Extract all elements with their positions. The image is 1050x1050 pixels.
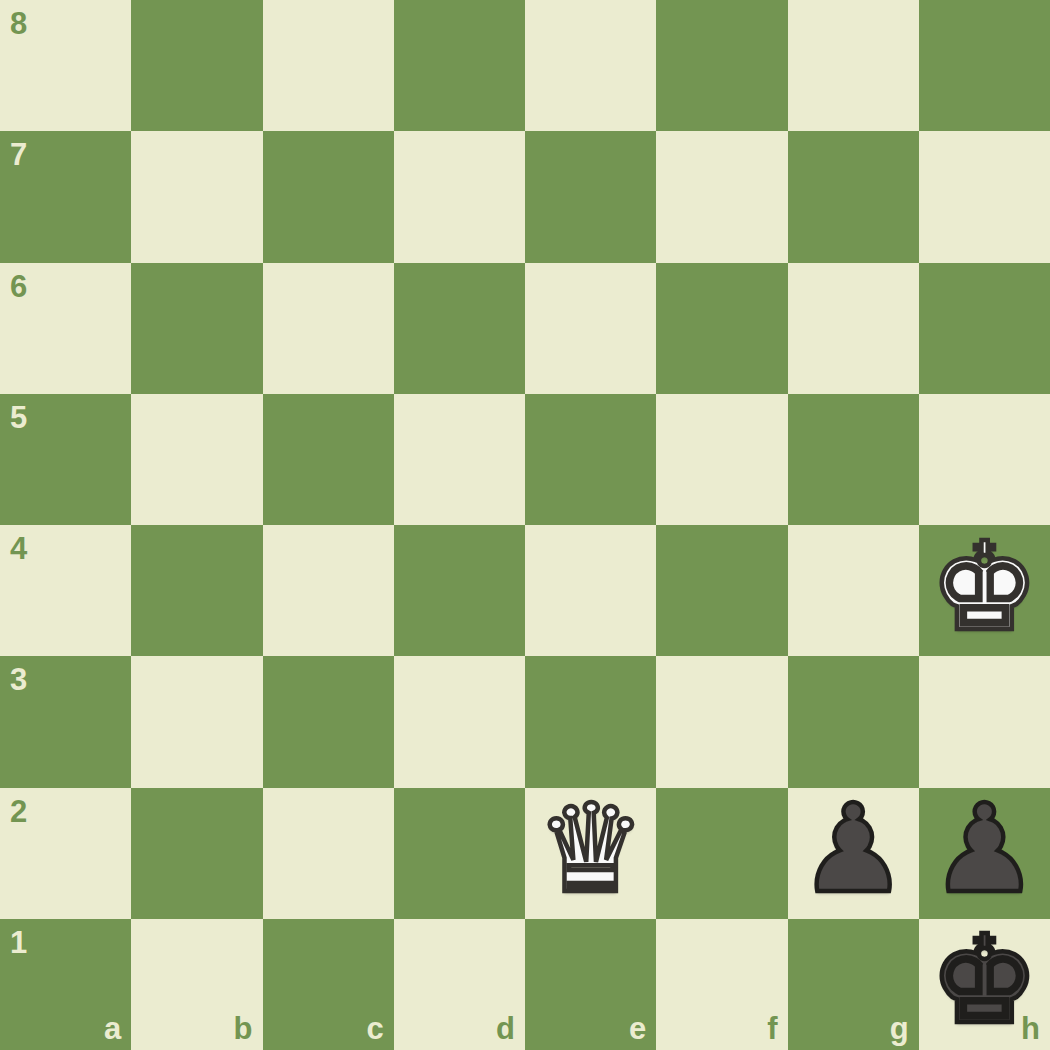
square-c4[interactable] (263, 525, 394, 656)
square-e8[interactable] (525, 0, 656, 131)
file-label-e: e (629, 1013, 646, 1044)
rank-label-5: 5 (10, 402, 27, 433)
square-c3[interactable] (263, 656, 394, 787)
square-d7[interactable] (394, 131, 525, 262)
piece-black-pawn[interactable]: ♟ (798, 788, 907, 910)
square-d1[interactable]: d (394, 919, 525, 1050)
square-b6[interactable] (131, 263, 262, 394)
file-label-b: b (234, 1013, 253, 1044)
rank-label-1: 1 (10, 927, 27, 958)
square-f3[interactable] (656, 656, 787, 787)
square-f5[interactable] (656, 394, 787, 525)
square-b7[interactable] (131, 131, 262, 262)
square-a1[interactable]: 1a (0, 919, 131, 1050)
square-a8[interactable]: 8 (0, 0, 131, 131)
chess-board: 87654♚32♛♟♟1abcdefgh♚ (0, 0, 1050, 1050)
square-e7[interactable] (525, 131, 656, 262)
square-a4[interactable]: 4 (0, 525, 131, 656)
square-b2[interactable] (131, 788, 262, 919)
square-a7[interactable]: 7 (0, 131, 131, 262)
square-e4[interactable] (525, 525, 656, 656)
file-label-g: g (890, 1013, 909, 1044)
square-e3[interactable] (525, 656, 656, 787)
square-b1[interactable]: b (131, 919, 262, 1050)
file-label-c: c (367, 1013, 384, 1044)
square-h6[interactable] (919, 263, 1050, 394)
square-b5[interactable] (131, 394, 262, 525)
square-b8[interactable] (131, 0, 262, 131)
piece-black-king[interactable]: ♚ (930, 919, 1039, 1041)
rank-label-8: 8 (10, 8, 27, 39)
square-d8[interactable] (394, 0, 525, 131)
square-a6[interactable]: 6 (0, 263, 131, 394)
square-e6[interactable] (525, 263, 656, 394)
piece-white-king[interactable]: ♚ (930, 526, 1039, 648)
rank-label-2: 2 (10, 796, 27, 827)
rank-label-3: 3 (10, 664, 27, 695)
square-e1[interactable]: e (525, 919, 656, 1050)
square-g1[interactable]: g (788, 919, 919, 1050)
square-g2[interactable]: ♟ (788, 788, 919, 919)
square-c7[interactable] (263, 131, 394, 262)
square-f2[interactable] (656, 788, 787, 919)
square-g6[interactable] (788, 263, 919, 394)
square-h2[interactable]: ♟ (919, 788, 1050, 919)
square-c8[interactable] (263, 0, 394, 131)
square-d4[interactable] (394, 525, 525, 656)
square-h3[interactable] (919, 656, 1050, 787)
square-c5[interactable] (263, 394, 394, 525)
square-f6[interactable] (656, 263, 787, 394)
square-d2[interactable] (394, 788, 525, 919)
square-c6[interactable] (263, 263, 394, 394)
file-label-a: a (104, 1013, 121, 1044)
square-g7[interactable] (788, 131, 919, 262)
square-g4[interactable] (788, 525, 919, 656)
square-c2[interactable] (263, 788, 394, 919)
rank-label-7: 7 (10, 139, 27, 170)
square-f1[interactable]: f (656, 919, 787, 1050)
square-h7[interactable] (919, 131, 1050, 262)
square-h1[interactable]: h♚ (919, 919, 1050, 1050)
piece-black-pawn[interactable]: ♟ (930, 788, 1039, 910)
square-g8[interactable] (788, 0, 919, 131)
square-f8[interactable] (656, 0, 787, 131)
square-e5[interactable] (525, 394, 656, 525)
square-a2[interactable]: 2 (0, 788, 131, 919)
square-g5[interactable] (788, 394, 919, 525)
square-g3[interactable] (788, 656, 919, 787)
square-a5[interactable]: 5 (0, 394, 131, 525)
square-h4[interactable]: ♚ (919, 525, 1050, 656)
piece-white-queen[interactable]: ♛ (536, 788, 645, 910)
square-d3[interactable] (394, 656, 525, 787)
square-h5[interactable] (919, 394, 1050, 525)
square-d5[interactable] (394, 394, 525, 525)
square-f7[interactable] (656, 131, 787, 262)
square-a3[interactable]: 3 (0, 656, 131, 787)
square-f4[interactable] (656, 525, 787, 656)
file-label-d: d (496, 1013, 515, 1044)
rank-label-4: 4 (10, 533, 27, 564)
square-c1[interactable]: c (263, 919, 394, 1050)
square-h8[interactable] (919, 0, 1050, 131)
file-label-f: f (767, 1013, 777, 1044)
square-b4[interactable] (131, 525, 262, 656)
square-d6[interactable] (394, 263, 525, 394)
square-b3[interactable] (131, 656, 262, 787)
rank-label-6: 6 (10, 271, 27, 302)
square-e2[interactable]: ♛ (525, 788, 656, 919)
